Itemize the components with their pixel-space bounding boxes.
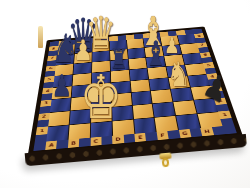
piece-blue-bishop-f6: ♝ [144, 36, 168, 70]
square-g2 [174, 101, 197, 116]
border-file-label-cell: E [134, 133, 146, 142]
border-file-label-cell: D [112, 135, 124, 144]
square-e4 [130, 79, 150, 92]
square-f2 [153, 102, 175, 117]
chess-set-photo: 87654321 87654321 ABCDEFGH ♛♛♝♞♟♟♜♝♟♞♟♚ [0, 0, 250, 188]
clasp-icon [156, 152, 175, 170]
piece-natural-king-c2: ♚ [80, 68, 122, 128]
piece-blue-pawn-a4: ♟ [51, 71, 72, 101]
background-pawn [38, 26, 43, 48]
square-a2 [48, 111, 69, 126]
border-file-label-cell: B [68, 139, 80, 148]
border-file-label-cell [56, 140, 68, 149]
border-file-label-cell [101, 136, 112, 145]
border-file-label-cell [123, 134, 135, 143]
border-file-label-cell [79, 138, 90, 147]
border-file-label-cell: C [90, 137, 101, 146]
square-e2 [132, 104, 154, 119]
piece-natural-knight-g4: ♞ [167, 57, 191, 91]
border-file-label-corner [222, 125, 236, 134]
piece-natural-pawn-b7: ♟ [73, 37, 93, 65]
square-e3 [131, 91, 152, 105]
